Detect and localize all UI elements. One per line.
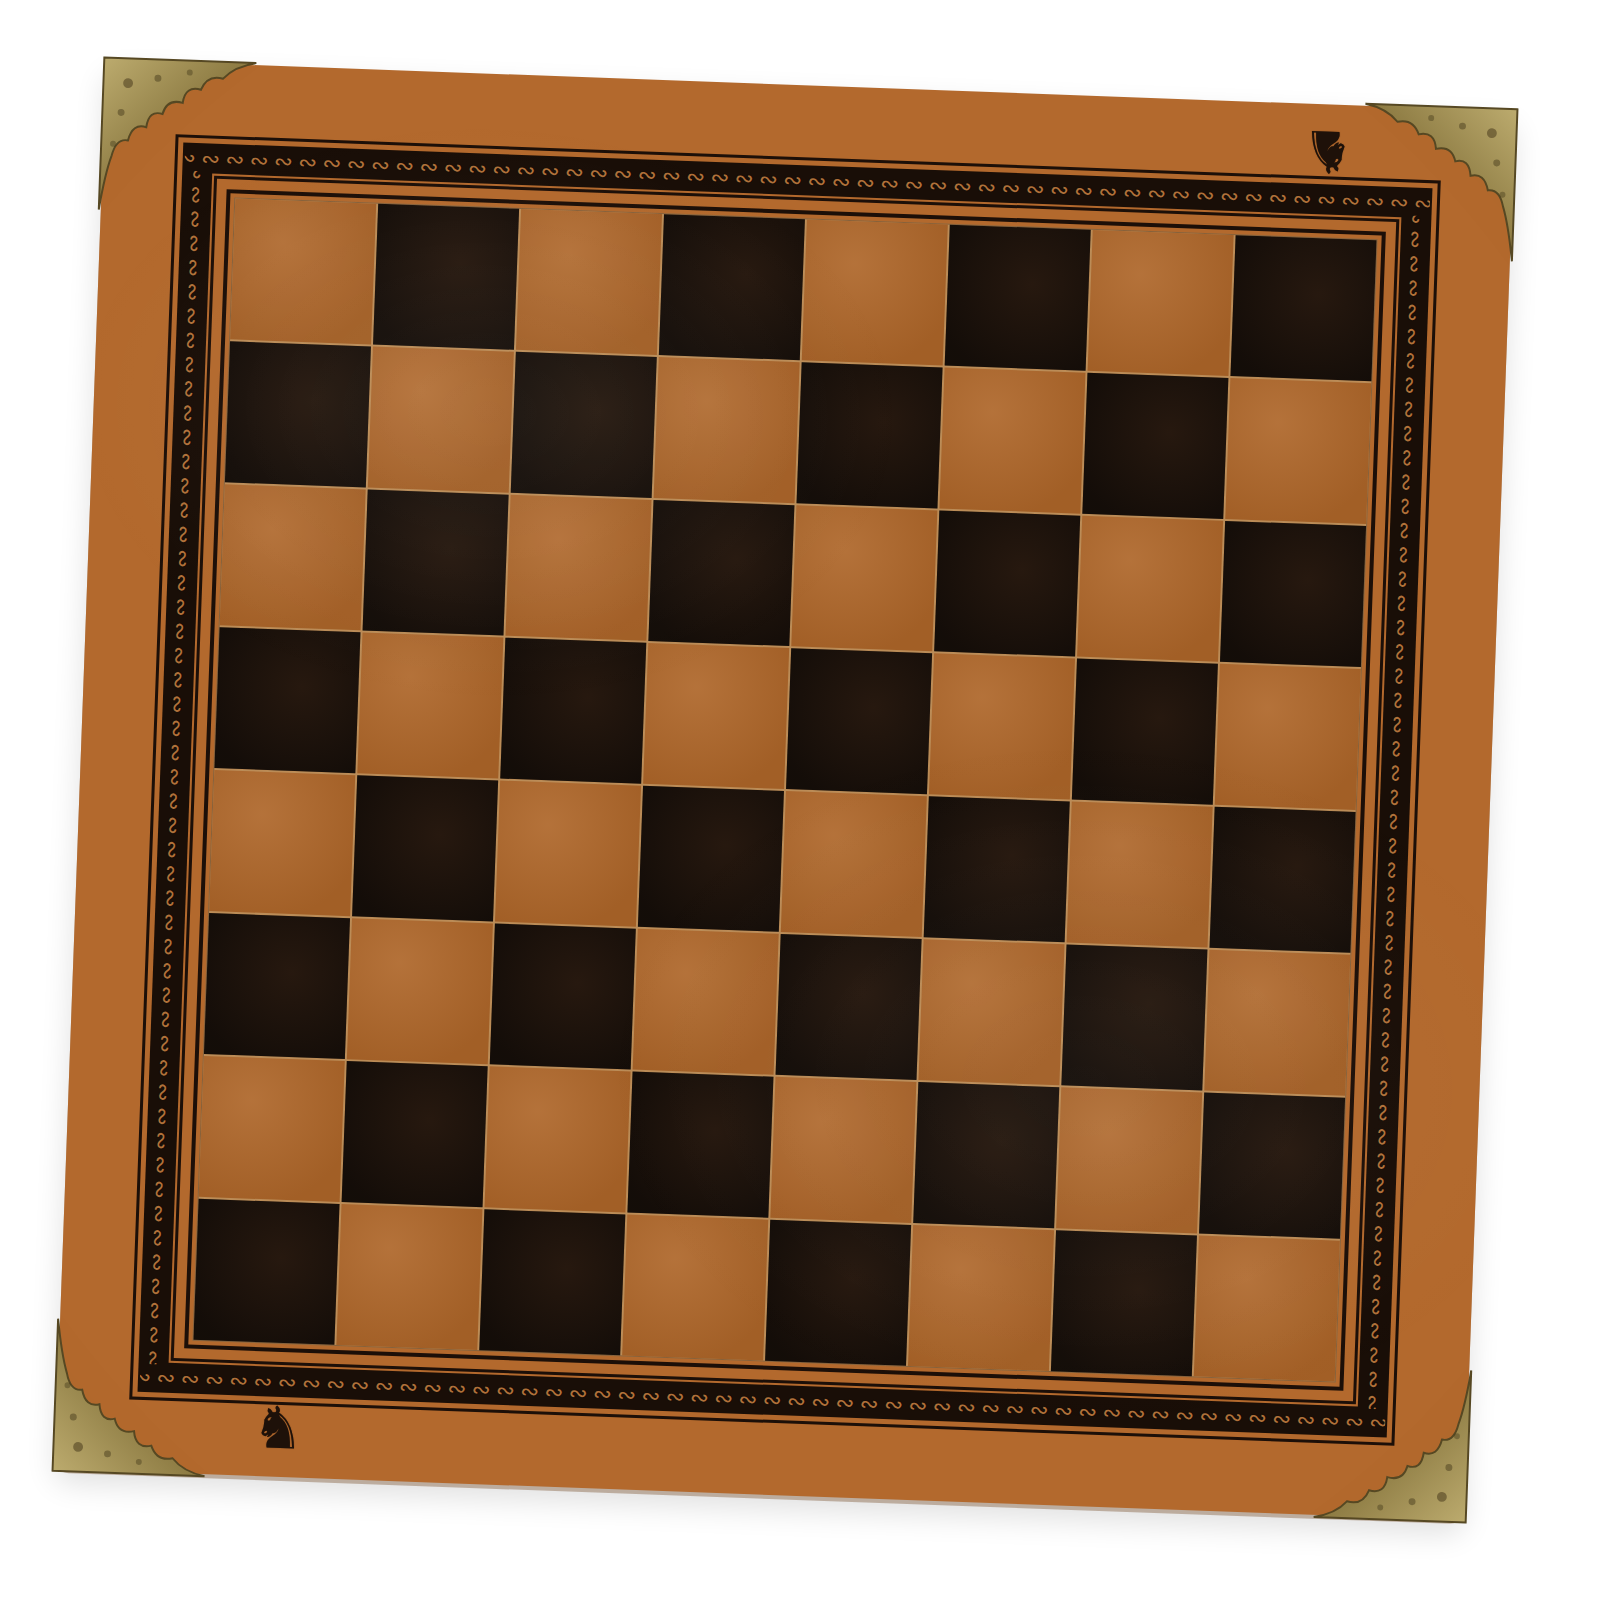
board-square[interactable] bbox=[918, 939, 1064, 1085]
board-square[interactable] bbox=[1194, 1235, 1340, 1381]
board-square[interactable] bbox=[638, 786, 784, 932]
board-square[interactable] bbox=[1199, 1093, 1345, 1239]
board-square[interactable] bbox=[516, 209, 662, 355]
board-square[interactable] bbox=[352, 775, 498, 921]
board-square[interactable] bbox=[495, 781, 641, 927]
board-square[interactable] bbox=[368, 347, 514, 493]
board-square[interactable] bbox=[1051, 1230, 1197, 1376]
board-square[interactable] bbox=[500, 638, 646, 784]
board-square[interactable] bbox=[479, 1209, 625, 1355]
board-square[interactable] bbox=[209, 770, 355, 916]
board-square[interactable] bbox=[797, 362, 943, 508]
brass-corner-guard-icon bbox=[1311, 1362, 1475, 1526]
board-square[interactable] bbox=[336, 1204, 482, 1350]
board-square[interactable] bbox=[908, 1225, 1054, 1371]
board-square[interactable] bbox=[643, 643, 789, 789]
board-square[interactable] bbox=[199, 1056, 345, 1202]
board-square[interactable] bbox=[929, 653, 1075, 799]
board-square[interactable] bbox=[230, 198, 376, 344]
board-square[interactable] bbox=[1210, 807, 1356, 953]
photo-backdrop: ∾∾∾∾∾∾∾∾∾∾∾∾∾∾∾∾∾∾∾∾∾∾∾∾∾∾∾∾∾∾∾∾∾∾∾∾∾∾∾∾… bbox=[0, 0, 1600, 1600]
board-square[interactable] bbox=[485, 1066, 631, 1212]
board-square[interactable] bbox=[490, 923, 636, 1069]
board-square[interactable] bbox=[791, 505, 937, 651]
board-grid bbox=[192, 197, 1377, 1382]
board-square[interactable] bbox=[939, 368, 1085, 514]
board-square[interactable] bbox=[342, 1061, 488, 1207]
board-square[interactable] bbox=[659, 214, 805, 360]
board-square[interactable] bbox=[214, 627, 360, 773]
board-square[interactable] bbox=[505, 495, 651, 641]
board-square[interactable] bbox=[622, 1215, 768, 1361]
board-square[interactable] bbox=[1061, 944, 1207, 1090]
board-square[interactable] bbox=[770, 1077, 916, 1223]
board-square[interactable] bbox=[934, 510, 1080, 656]
board-square[interactable] bbox=[204, 913, 350, 1059]
board-square[interactable] bbox=[765, 1220, 911, 1366]
board-square[interactable] bbox=[633, 929, 779, 1075]
brass-corner-guard-icon bbox=[96, 54, 260, 218]
board-square[interactable] bbox=[913, 1082, 1059, 1228]
board-square[interactable] bbox=[1088, 230, 1234, 376]
board-square[interactable] bbox=[220, 484, 366, 630]
board-square[interactable] bbox=[776, 934, 922, 1080]
board-square[interactable] bbox=[1077, 516, 1223, 662]
board-square[interactable] bbox=[1056, 1087, 1202, 1233]
board-square[interactable] bbox=[1072, 659, 1218, 805]
knight-maker-stamp-icon: ♞ bbox=[251, 1398, 305, 1458]
board-square[interactable] bbox=[225, 341, 371, 487]
brass-corner-guard-icon bbox=[49, 1316, 213, 1480]
board-square[interactable] bbox=[373, 204, 519, 350]
board-square[interactable] bbox=[1230, 235, 1376, 381]
board-square[interactable] bbox=[781, 791, 927, 937]
board-square[interactable] bbox=[193, 1199, 339, 1345]
board-square[interactable] bbox=[1082, 373, 1228, 519]
brass-corner-guard-icon bbox=[1357, 101, 1521, 265]
board-square[interactable] bbox=[1067, 802, 1213, 948]
board-square[interactable] bbox=[347, 918, 493, 1064]
board-square[interactable] bbox=[924, 796, 1070, 942]
board-square[interactable] bbox=[1220, 521, 1366, 667]
board-square[interactable] bbox=[654, 357, 800, 503]
board-square[interactable] bbox=[1225, 378, 1371, 524]
knight-maker-stamp-icon: ♞ bbox=[1301, 122, 1355, 182]
board-square[interactable] bbox=[363, 490, 509, 636]
board-square[interactable] bbox=[511, 352, 657, 498]
board-square[interactable] bbox=[627, 1072, 773, 1218]
board-square[interactable] bbox=[802, 219, 948, 365]
board-square[interactable] bbox=[1215, 664, 1361, 810]
chessboard: ∾∾∾∾∾∾∾∾∾∾∾∾∾∾∾∾∾∾∾∾∾∾∾∾∾∾∾∾∾∾∾∾∾∾∾∾∾∾∾∾… bbox=[55, 60, 1516, 1521]
board-square[interactable] bbox=[357, 632, 503, 778]
board-square[interactable] bbox=[786, 648, 932, 794]
board-square[interactable] bbox=[945, 225, 1091, 371]
board-square[interactable] bbox=[1204, 950, 1350, 1096]
board-square[interactable] bbox=[648, 500, 794, 646]
